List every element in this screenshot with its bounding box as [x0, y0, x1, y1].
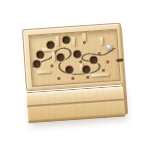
maze-hole: [32, 59, 42, 69]
sliding-lid-groove: [27, 99, 124, 109]
shallow-dot: [79, 60, 82, 63]
wall-peg: [99, 37, 103, 45]
product-photo: [0, 0, 150, 150]
labyrinth-box: [22, 23, 125, 122]
wall-peg: [82, 33, 86, 41]
box-front-panel: [26, 86, 125, 124]
shallow-dot: [102, 68, 105, 71]
maze-hole: [65, 64, 75, 74]
shallow-dot: [83, 41, 86, 44]
shallow-dot: [86, 75, 89, 78]
shallow-dot: [98, 52, 101, 55]
box-bottom-edge: [28, 114, 125, 124]
shallow-dot: [71, 76, 74, 79]
maze-hole: [36, 49, 46, 59]
maze-hole: [62, 35, 72, 45]
wall-peg: [51, 51, 55, 61]
shallow-dot: [106, 60, 109, 63]
maze-floor: [28, 29, 120, 87]
shallow-dot: [57, 76, 60, 79]
maze-hole: [72, 49, 82, 59]
maze-hole: [45, 40, 55, 50]
ball-entry-slot: [116, 58, 123, 61]
maze-tray: [22, 23, 125, 92]
wall-peg: [71, 37, 75, 46]
